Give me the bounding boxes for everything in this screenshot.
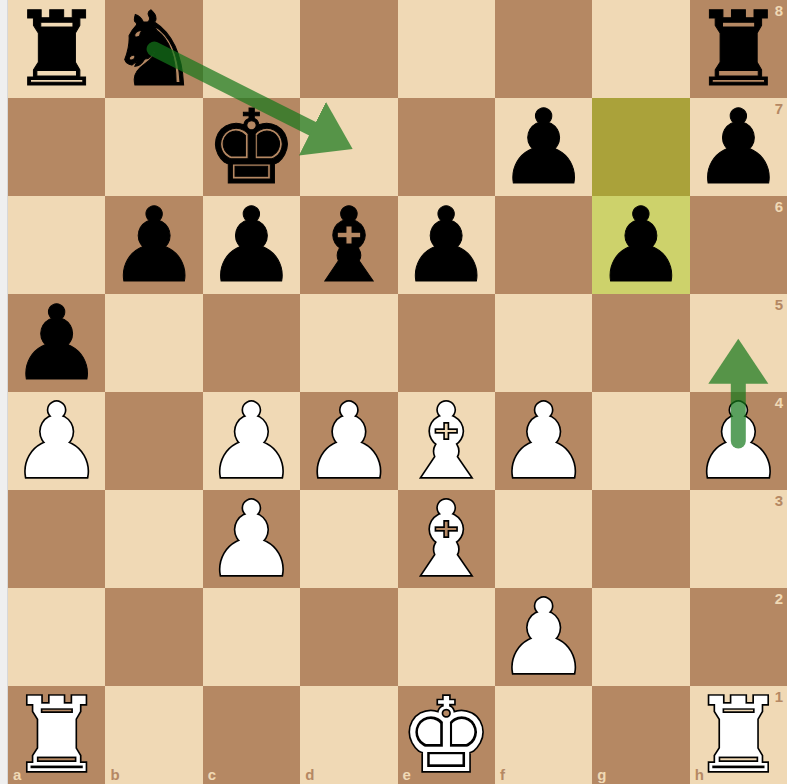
coord-rank-1: 1 [775,689,783,704]
square-f2[interactable]: ♟ [495,588,592,686]
coord-rank-7: 7 [775,101,783,116]
square-h7[interactable]: ♟7 [690,98,787,196]
chess-board: ♜♞♜8♚♟♟7♟♟♝♟♟6♟5♟♟♟♝♟♟4♟♝3♟2♜abcd♚efg♜h1 [8,0,787,784]
piece-black-knight-b8[interactable]: ♞ [108,0,200,98]
square-e5[interactable] [398,294,495,392]
piece-black-pawn-f7[interactable]: ♟ [497,98,589,196]
piece-white-pawn-d4[interactable]: ♟ [303,392,395,490]
piece-white-pawn-a4[interactable]: ♟ [11,392,103,490]
piece-white-rook-a1[interactable]: ♜ [11,686,103,784]
coord-rank-4: 4 [775,395,783,410]
square-a2[interactable] [8,588,105,686]
coord-file-c: c [208,767,216,782]
square-c3[interactable]: ♟ [203,490,300,588]
square-c5[interactable] [203,294,300,392]
square-g7[interactable] [592,98,689,196]
piece-black-pawn-g6[interactable]: ♟ [595,196,687,294]
square-e8[interactable] [398,0,495,98]
piece-black-rook-h8[interactable]: ♜ [692,0,784,98]
square-g2[interactable] [592,588,689,686]
page-gutter [0,0,8,784]
square-a6[interactable] [8,196,105,294]
square-d2[interactable] [300,588,397,686]
square-h1[interactable]: ♜h1 [690,686,787,784]
page: ♜♞♜8♚♟♟7♟♟♝♟♟6♟5♟♟♟♝♟♟4♟♝3♟2♜abcd♚efg♜h1 [0,0,787,784]
square-c6[interactable]: ♟ [203,196,300,294]
square-f6[interactable] [495,196,592,294]
piece-white-bishop-e4[interactable]: ♝ [400,392,492,490]
coord-file-e: e [403,767,411,782]
piece-white-pawn-h4[interactable]: ♟ [692,392,784,490]
square-d8[interactable] [300,0,397,98]
piece-black-pawn-h7[interactable]: ♟ [692,98,784,196]
piece-white-bishop-e3[interactable]: ♝ [400,490,492,588]
square-b3[interactable] [105,490,202,588]
square-a3[interactable] [8,490,105,588]
piece-black-pawn-c6[interactable]: ♟ [205,196,297,294]
coord-file-a: a [13,767,21,782]
square-a7[interactable] [8,98,105,196]
coord-rank-8: 8 [775,3,783,18]
square-b8[interactable]: ♞ [105,0,202,98]
square-h5[interactable]: 5 [690,294,787,392]
coord-file-g: g [597,767,606,782]
piece-white-rook-h1[interactable]: ♜ [692,686,784,784]
square-e6[interactable]: ♟ [398,196,495,294]
square-d4[interactable]: ♟ [300,392,397,490]
square-h8[interactable]: ♜8 [690,0,787,98]
square-h3[interactable]: 3 [690,490,787,588]
square-c4[interactable]: ♟ [203,392,300,490]
square-d6[interactable]: ♝ [300,196,397,294]
square-b2[interactable] [105,588,202,686]
square-g1[interactable]: g [592,686,689,784]
square-h4[interactable]: ♟4 [690,392,787,490]
square-c2[interactable] [203,588,300,686]
square-g5[interactable] [592,294,689,392]
square-f3[interactable] [495,490,592,588]
square-d5[interactable] [300,294,397,392]
square-e3[interactable]: ♝ [398,490,495,588]
square-g6[interactable]: ♟ [592,196,689,294]
square-a1[interactable]: ♜a [8,686,105,784]
square-g4[interactable] [592,392,689,490]
square-c7[interactable]: ♚ [203,98,300,196]
piece-black-pawn-e6[interactable]: ♟ [400,196,492,294]
piece-white-king-e1[interactable]: ♚ [400,686,492,784]
square-h6[interactable]: 6 [690,196,787,294]
piece-white-pawn-c3[interactable]: ♟ [205,490,297,588]
square-b5[interactable] [105,294,202,392]
square-f7[interactable]: ♟ [495,98,592,196]
square-c8[interactable] [203,0,300,98]
piece-black-rook-a8[interactable]: ♜ [11,0,103,98]
coord-rank-3: 3 [775,493,783,508]
square-e2[interactable] [398,588,495,686]
square-e1[interactable]: ♚e [398,686,495,784]
coord-rank-6: 6 [775,199,783,214]
coord-file-h: h [695,767,704,782]
square-g8[interactable] [592,0,689,98]
piece-black-king-c7[interactable]: ♚ [205,98,297,196]
square-f5[interactable] [495,294,592,392]
piece-black-pawn-b6[interactable]: ♟ [108,196,200,294]
square-d1[interactable]: d [300,686,397,784]
coord-rank-2: 2 [775,591,783,606]
square-f4[interactable]: ♟ [495,392,592,490]
square-f8[interactable] [495,0,592,98]
square-b7[interactable] [105,98,202,196]
square-b4[interactable] [105,392,202,490]
square-f1[interactable]: f [495,686,592,784]
square-b1[interactable]: b [105,686,202,784]
square-d7[interactable] [300,98,397,196]
square-d3[interactable] [300,490,397,588]
square-h2[interactable]: 2 [690,588,787,686]
piece-black-bishop-d6[interactable]: ♝ [303,196,395,294]
square-a4[interactable]: ♟ [8,392,105,490]
coord-rank-5: 5 [775,297,783,312]
square-g3[interactable] [592,490,689,588]
square-a5[interactable]: ♟ [8,294,105,392]
piece-white-pawn-f2[interactable]: ♟ [497,588,589,686]
coord-file-d: d [305,767,314,782]
square-e4[interactable]: ♝ [398,392,495,490]
square-a8[interactable]: ♜ [8,0,105,98]
piece-white-pawn-f4[interactable]: ♟ [497,392,589,490]
piece-white-pawn-c4[interactable]: ♟ [205,392,297,490]
square-c1[interactable]: c [203,686,300,784]
square-e7[interactable] [398,98,495,196]
square-b6[interactable]: ♟ [105,196,202,294]
coord-file-b: b [110,767,119,782]
coord-file-f: f [500,767,505,782]
piece-black-pawn-a5[interactable]: ♟ [11,294,103,392]
